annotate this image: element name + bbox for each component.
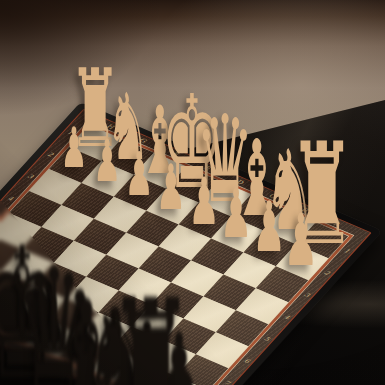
white-pawn-g2[interactable]: ♟ [92,132,120,190]
black-rook-a8[interactable]: ♜ [106,276,195,385]
white-pawn-d2[interactable]: ♟ [188,168,220,233]
white-pawn-h2[interactable]: ♟ [61,120,88,176]
white-pawn-c2[interactable]: ♟ [220,180,253,247]
white-pawn-f2[interactable]: ♟ [124,144,153,204]
chess-photo-scene: HGFEDCBAHGFEDCBA1234567812345678 ♜♞♝♛♚♝♞… [0,0,385,385]
white-pawn-a2[interactable]: ♟ [283,204,318,276]
white-pawn-b2[interactable]: ♟ [252,192,286,262]
pieces-layer: ♜♞♝♛♚♝♞♜♟♟♟♟♟♟♟♟♜♞♝♛♚♝♟♟♟♟♟♟♟ [0,0,385,385]
white-pawn-e2[interactable]: ♟ [156,156,186,219]
